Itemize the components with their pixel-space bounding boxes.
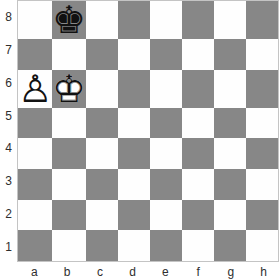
piece-white-pawn[interactable]: ♟♙ (18, 70, 52, 108)
rank-label-2: 2 (0, 198, 17, 231)
square-a8[interactable] (18, 1, 52, 39)
file-label-f: f (182, 263, 215, 280)
square-b8[interactable]: ♚ (52, 1, 86, 39)
square-b7[interactable] (52, 39, 86, 70)
square-c8[interactable] (86, 1, 118, 39)
square-b5[interactable] (52, 108, 86, 139)
square-b1[interactable] (52, 230, 86, 261)
square-f7[interactable] (182, 39, 214, 70)
square-g5[interactable] (214, 108, 246, 139)
square-d3[interactable] (118, 169, 150, 200)
square-g6[interactable] (214, 70, 246, 108)
square-a7[interactable] (18, 39, 52, 70)
square-c7[interactable] (86, 39, 118, 70)
square-b6[interactable]: ♚♔ (52, 70, 86, 108)
square-h1[interactable] (246, 230, 278, 261)
file-label-c: c (84, 263, 117, 280)
square-f8[interactable] (182, 1, 214, 39)
square-e1[interactable] (150, 230, 182, 261)
square-d8[interactable] (118, 1, 150, 39)
piece-black-king[interactable]: ♚ (52, 1, 86, 39)
file-labels: a b c d e f g h (17, 263, 280, 280)
white-pawn-outline: ♙ (18, 67, 52, 111)
piece-white-king[interactable]: ♚♔ (52, 70, 86, 108)
square-e5[interactable] (150, 108, 182, 139)
rank-label-1: 1 (0, 230, 17, 263)
square-a5[interactable] (18, 108, 52, 139)
white-king-outline: ♔ (52, 67, 86, 111)
rank-label-6: 6 (0, 67, 17, 100)
square-h8[interactable] (246, 1, 278, 39)
square-b4[interactable] (52, 138, 86, 169)
square-f1[interactable] (182, 230, 214, 261)
square-d4[interactable] (118, 138, 150, 169)
square-e2[interactable] (150, 200, 182, 231)
file-label-g: g (215, 263, 248, 280)
file-label-a: a (18, 263, 51, 280)
rank-label-5: 5 (0, 99, 17, 132)
square-c2[interactable] (86, 200, 118, 231)
square-c5[interactable] (86, 108, 118, 139)
square-a3[interactable] (18, 169, 52, 200)
square-h4[interactable] (246, 138, 278, 169)
square-e7[interactable] (150, 39, 182, 70)
file-label-h: h (247, 263, 280, 280)
rank-label-4: 4 (0, 132, 17, 165)
chess-diagram-page: 8 7 6 5 4 3 2 1 ♚♟♙♚♔ a b c d e f g h (0, 0, 280, 280)
square-c4[interactable] (86, 138, 118, 169)
square-c1[interactable] (86, 230, 118, 261)
square-d5[interactable] (118, 108, 150, 139)
square-h2[interactable] (246, 200, 278, 231)
square-a2[interactable] (18, 200, 52, 231)
square-c6[interactable] (86, 70, 118, 108)
square-h6[interactable] (246, 70, 278, 108)
square-g2[interactable] (214, 200, 246, 231)
square-h7[interactable] (246, 39, 278, 70)
corner-spacer (0, 263, 17, 280)
square-h3[interactable] (246, 169, 278, 200)
square-f3[interactable] (182, 169, 214, 200)
chess-board: ♚♟♙♚♔ (17, 0, 279, 262)
rank-labels: 8 7 6 5 4 3 2 1 (0, 0, 17, 263)
square-e6[interactable] (150, 70, 182, 108)
square-a6[interactable]: ♟♙ (18, 70, 52, 108)
rank-label-3: 3 (0, 165, 17, 198)
square-c3[interactable] (86, 169, 118, 200)
square-e8[interactable] (150, 1, 182, 39)
square-d7[interactable] (118, 39, 150, 70)
square-h5[interactable] (246, 108, 278, 139)
rank-label-7: 7 (0, 34, 17, 67)
square-b3[interactable] (52, 169, 86, 200)
square-d6[interactable] (118, 70, 150, 108)
square-g3[interactable] (214, 169, 246, 200)
square-f4[interactable] (182, 138, 214, 169)
square-d2[interactable] (118, 200, 150, 231)
square-f6[interactable] (182, 70, 214, 108)
chess-board-diagram: 8 7 6 5 4 3 2 1 ♚♟♙♚♔ a b c d e f g h (0, 0, 280, 280)
square-g7[interactable] (214, 39, 246, 70)
file-label-e: e (149, 263, 182, 280)
square-g8[interactable] (214, 1, 246, 39)
square-f2[interactable] (182, 200, 214, 231)
file-label-d: d (116, 263, 149, 280)
square-d1[interactable] (118, 230, 150, 261)
square-b2[interactable] (52, 200, 86, 231)
square-g4[interactable] (214, 138, 246, 169)
file-label-b: b (51, 263, 84, 280)
square-a4[interactable] (18, 138, 52, 169)
square-a1[interactable] (18, 230, 52, 261)
rank-label-8: 8 (0, 1, 17, 34)
square-e3[interactable] (150, 169, 182, 200)
square-f5[interactable] (182, 108, 214, 139)
square-g1[interactable] (214, 230, 246, 261)
square-e4[interactable] (150, 138, 182, 169)
